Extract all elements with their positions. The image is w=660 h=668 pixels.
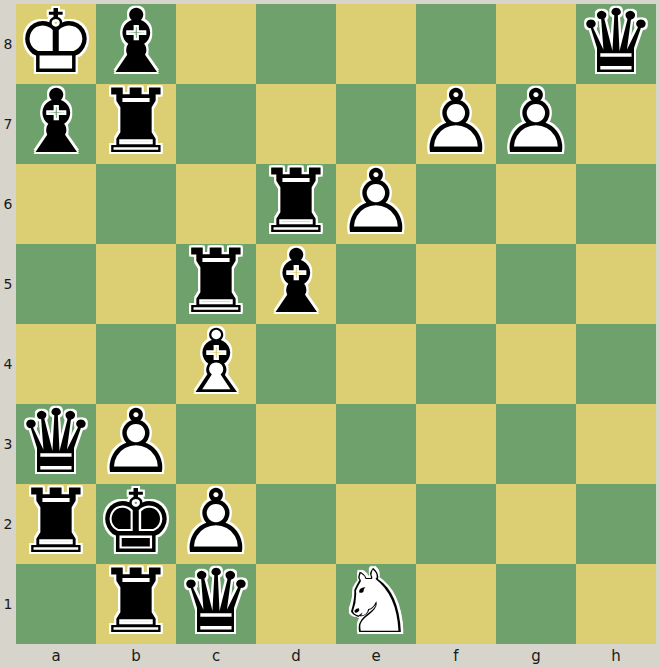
square-d8[interactable] bbox=[256, 4, 336, 84]
black-bishop-glyph: ♝ bbox=[16, 82, 96, 162]
piece-black-bishop[interactable]: ♝ bbox=[96, 4, 176, 84]
piece-black-bishop[interactable]: ♝ bbox=[256, 244, 336, 324]
file-label-d: d bbox=[256, 644, 336, 668]
square-f7[interactable]: ♟♙ bbox=[416, 84, 496, 164]
square-b1[interactable]: ♜ bbox=[96, 564, 176, 644]
white-pawn-outline-icon: ♙ bbox=[336, 162, 416, 242]
square-h3[interactable] bbox=[576, 404, 656, 484]
white-pawn-outline-icon: ♙ bbox=[416, 82, 496, 162]
white-pawn-glyph: ♟ bbox=[496, 82, 576, 162]
square-b5[interactable] bbox=[96, 244, 176, 324]
piece-black-king[interactable]: ♚ bbox=[96, 484, 176, 564]
square-d2[interactable] bbox=[256, 484, 336, 564]
square-h4[interactable] bbox=[576, 324, 656, 404]
square-c1[interactable]: ♛ bbox=[176, 564, 256, 644]
square-b2[interactable]: ♚ bbox=[96, 484, 176, 564]
square-h5[interactable] bbox=[576, 244, 656, 324]
square-g6[interactable] bbox=[496, 164, 576, 244]
square-d7[interactable] bbox=[256, 84, 336, 164]
white-knight-outline-icon: ♘ bbox=[336, 562, 416, 642]
white-king-outline-icon: ♔ bbox=[16, 2, 96, 82]
square-e6[interactable]: ♟♙ bbox=[336, 164, 416, 244]
square-e2[interactable] bbox=[336, 484, 416, 564]
piece-white-pawn[interactable]: ♟♙ bbox=[176, 484, 256, 564]
white-pawn-outline-icon: ♙ bbox=[96, 402, 176, 482]
black-queen-glyph: ♛ bbox=[16, 402, 96, 482]
square-a1[interactable] bbox=[16, 564, 96, 644]
black-rook-glyph: ♜ bbox=[176, 242, 256, 322]
square-d6[interactable]: ♜ bbox=[256, 164, 336, 244]
square-a2[interactable]: ♜ bbox=[16, 484, 96, 564]
piece-white-pawn[interactable]: ♟♙ bbox=[416, 84, 496, 164]
square-b7[interactable]: ♜ bbox=[96, 84, 176, 164]
square-e1[interactable]: ♞♘ bbox=[336, 564, 416, 644]
square-d1[interactable] bbox=[256, 564, 336, 644]
square-h8[interactable]: ♛ bbox=[576, 4, 656, 84]
square-a3[interactable]: ♛ bbox=[16, 404, 96, 484]
chess-board-screen: 87654321 ♚♔♝♛♝♜♟♙♟♙♜♟♙♜♝♝♗♛♟♙♜♚♟♙♜♛♞♘ ab… bbox=[0, 0, 660, 668]
piece-white-king[interactable]: ♚♔ bbox=[16, 4, 96, 84]
square-a7[interactable]: ♝ bbox=[16, 84, 96, 164]
square-g3[interactable] bbox=[496, 404, 576, 484]
black-rook-glyph: ♜ bbox=[16, 482, 96, 562]
rank-label-8: 8 bbox=[0, 4, 16, 84]
square-h6[interactable] bbox=[576, 164, 656, 244]
square-a8[interactable]: ♚♔ bbox=[16, 4, 96, 84]
piece-white-pawn[interactable]: ♟♙ bbox=[96, 404, 176, 484]
piece-black-queen[interactable]: ♛ bbox=[176, 564, 256, 644]
square-a5[interactable] bbox=[16, 244, 96, 324]
piece-white-knight[interactable]: ♞♘ bbox=[336, 564, 416, 644]
square-g5[interactable] bbox=[496, 244, 576, 324]
square-g4[interactable] bbox=[496, 324, 576, 404]
square-f8[interactable] bbox=[416, 4, 496, 84]
square-e3[interactable] bbox=[336, 404, 416, 484]
black-bishop-glyph: ♝ bbox=[96, 2, 176, 82]
white-king-glyph: ♚ bbox=[16, 2, 96, 82]
square-c6[interactable] bbox=[176, 164, 256, 244]
piece-black-rook[interactable]: ♜ bbox=[176, 244, 256, 324]
white-pawn-glyph: ♟ bbox=[96, 402, 176, 482]
piece-white-bishop[interactable]: ♝♗ bbox=[176, 324, 256, 404]
square-g2[interactable] bbox=[496, 484, 576, 564]
black-bishop-glyph: ♝ bbox=[256, 242, 336, 322]
square-f3[interactable] bbox=[416, 404, 496, 484]
rank-label-7: 7 bbox=[0, 84, 16, 164]
piece-black-rook[interactable]: ♜ bbox=[256, 164, 336, 244]
file-label-c: c bbox=[176, 644, 256, 668]
black-rook-glyph: ♜ bbox=[96, 82, 176, 162]
square-f1[interactable] bbox=[416, 564, 496, 644]
piece-black-rook[interactable]: ♜ bbox=[16, 484, 96, 564]
piece-black-rook[interactable]: ♜ bbox=[96, 84, 176, 164]
white-pawn-glyph: ♟ bbox=[336, 162, 416, 242]
white-pawn-glyph: ♟ bbox=[416, 82, 496, 162]
square-e8[interactable] bbox=[336, 4, 416, 84]
square-c3[interactable] bbox=[176, 404, 256, 484]
square-c7[interactable] bbox=[176, 84, 256, 164]
rank-label-6: 6 bbox=[0, 164, 16, 244]
piece-white-pawn[interactable]: ♟♙ bbox=[336, 164, 416, 244]
square-f5[interactable] bbox=[416, 244, 496, 324]
rank-label-2: 2 bbox=[0, 484, 16, 564]
square-f4[interactable] bbox=[416, 324, 496, 404]
square-e5[interactable] bbox=[336, 244, 416, 324]
square-h2[interactable] bbox=[576, 484, 656, 564]
piece-white-pawn[interactable]: ♟♙ bbox=[496, 84, 576, 164]
black-queen-glyph: ♛ bbox=[176, 562, 256, 642]
square-c5[interactable]: ♜ bbox=[176, 244, 256, 324]
square-e4[interactable] bbox=[336, 324, 416, 404]
piece-black-queen[interactable]: ♛ bbox=[16, 404, 96, 484]
file-label-e: e bbox=[336, 644, 416, 668]
square-d5[interactable]: ♝ bbox=[256, 244, 336, 324]
file-label-b: b bbox=[96, 644, 176, 668]
file-label-h: h bbox=[576, 644, 656, 668]
file-label-f: f bbox=[416, 644, 496, 668]
black-queen-glyph: ♛ bbox=[576, 2, 656, 82]
square-h1[interactable] bbox=[576, 564, 656, 644]
rank-labels: 87654321 bbox=[0, 4, 16, 644]
square-f2[interactable] bbox=[416, 484, 496, 564]
square-f6[interactable] bbox=[416, 164, 496, 244]
file-label-g: g bbox=[496, 644, 576, 668]
square-a6[interactable] bbox=[16, 164, 96, 244]
square-g8[interactable] bbox=[496, 4, 576, 84]
square-c2[interactable]: ♟♙ bbox=[176, 484, 256, 564]
white-pawn-outline-icon: ♙ bbox=[496, 82, 576, 162]
file-labels: abcdefgh bbox=[16, 644, 656, 668]
rank-label-4: 4 bbox=[0, 324, 16, 404]
square-d4[interactable] bbox=[256, 324, 336, 404]
square-c4[interactable]: ♝♗ bbox=[176, 324, 256, 404]
square-b4[interactable] bbox=[96, 324, 176, 404]
square-e7[interactable] bbox=[336, 84, 416, 164]
rank-label-1: 1 bbox=[0, 564, 16, 644]
file-label-a: a bbox=[16, 644, 96, 668]
black-king-glyph: ♚ bbox=[96, 482, 176, 562]
square-a4[interactable] bbox=[16, 324, 96, 404]
square-b8[interactable]: ♝ bbox=[96, 4, 176, 84]
square-h7[interactable] bbox=[576, 84, 656, 164]
piece-black-rook[interactable]: ♜ bbox=[96, 564, 176, 644]
square-c8[interactable] bbox=[176, 4, 256, 84]
white-bishop-glyph: ♝ bbox=[176, 322, 256, 402]
square-b6[interactable] bbox=[96, 164, 176, 244]
white-pawn-glyph: ♟ bbox=[176, 482, 256, 562]
white-knight-glyph: ♞ bbox=[336, 562, 416, 642]
piece-black-queen[interactable]: ♛ bbox=[576, 4, 656, 84]
square-d3[interactable] bbox=[256, 404, 336, 484]
black-rook-glyph: ♜ bbox=[96, 562, 176, 642]
rank-label-5: 5 bbox=[0, 244, 16, 324]
square-g7[interactable]: ♟♙ bbox=[496, 84, 576, 164]
white-pawn-outline-icon: ♙ bbox=[176, 482, 256, 562]
rank-label-3: 3 bbox=[0, 404, 16, 484]
square-g1[interactable] bbox=[496, 564, 576, 644]
white-bishop-outline-icon: ♗ bbox=[176, 322, 256, 402]
chess-board: ♚♔♝♛♝♜♟♙♟♙♜♟♙♜♝♝♗♛♟♙♜♚♟♙♜♛♞♘ bbox=[16, 4, 656, 644]
black-rook-glyph: ♜ bbox=[256, 162, 336, 242]
square-b3[interactable]: ♟♙ bbox=[96, 404, 176, 484]
piece-black-bishop[interactable]: ♝ bbox=[16, 84, 96, 164]
